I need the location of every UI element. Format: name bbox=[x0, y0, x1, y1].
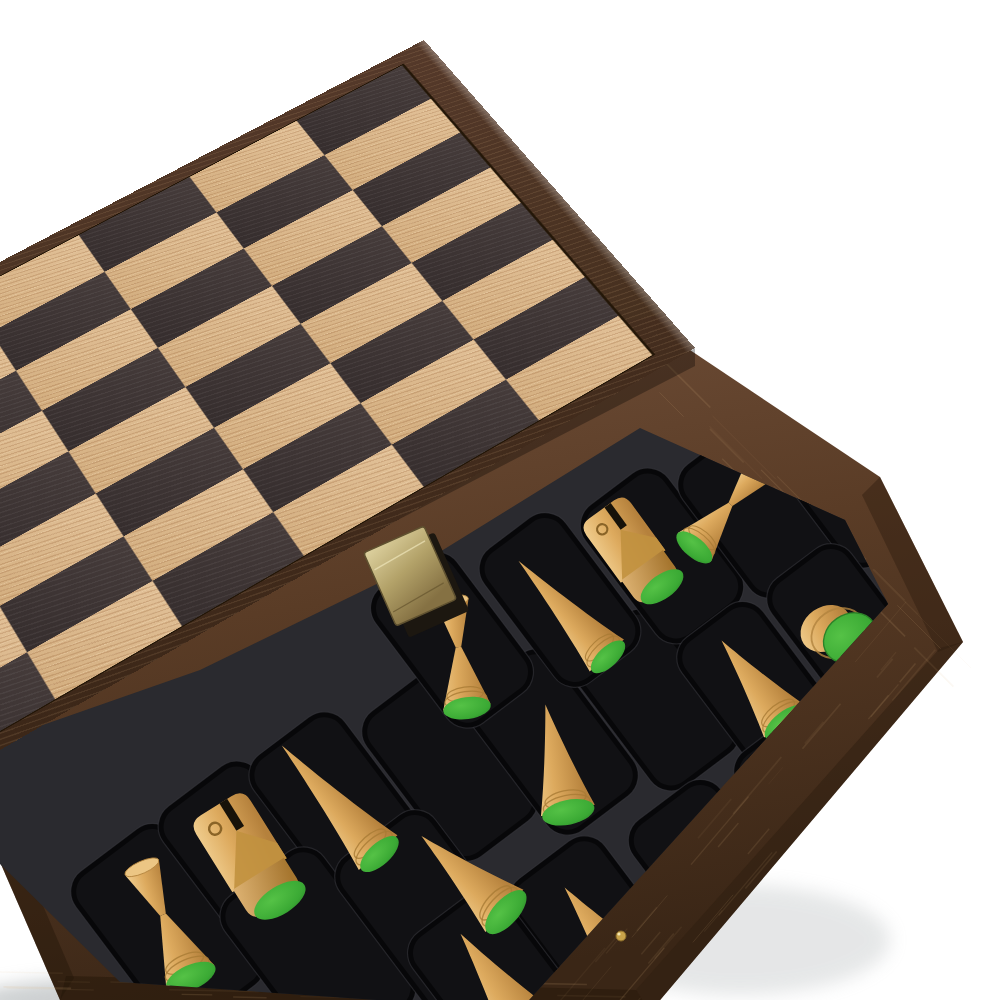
brass-pin bbox=[616, 931, 626, 941]
chess-case-photo: Wooden chess case photographed on white:… bbox=[0, 0, 1000, 1000]
